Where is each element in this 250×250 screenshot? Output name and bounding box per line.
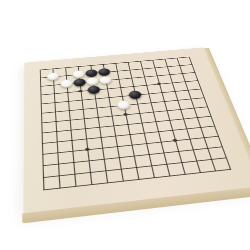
go-stone-black: [128, 90, 142, 99]
go-stone-black: [85, 69, 98, 77]
star-point: [79, 90, 83, 93]
go-stone-white: [117, 100, 131, 110]
star-point: [157, 82, 161, 85]
go-stone-white: [86, 77, 99, 86]
star-point: [85, 148, 90, 152]
go-stone-black: [87, 85, 100, 94]
go-stone-white: [60, 79, 73, 88]
board-grid: [40, 57, 232, 191]
go-stone-white: [72, 70, 85, 79]
go-stone-black: [73, 78, 86, 87]
product-photo-scene: [0, 0, 250, 250]
go-board: [24, 47, 250, 213]
board-front-edge: [22, 186, 250, 223]
go-stone-black: [98, 68, 111, 76]
go-stone-white: [99, 76, 112, 85]
star-point: [173, 139, 178, 142]
go-stone-white: [47, 72, 59, 81]
star-point: [123, 113, 127, 116]
